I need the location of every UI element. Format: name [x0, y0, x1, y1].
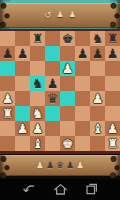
square-c3[interactable]: ♞ [30, 106, 45, 121]
square-g4[interactable]: ♟ [90, 91, 105, 106]
square-a8[interactable] [0, 31, 15, 46]
square-c1[interactable]: ♝ [30, 136, 45, 151]
square-g2[interactable]: ♝ [90, 121, 105, 136]
piece-white-king: ♚ [60, 136, 75, 151]
square-d3[interactable] [45, 106, 60, 121]
square-h2[interactable]: ♟ [105, 121, 120, 136]
square-b2[interactable]: ♟ [15, 121, 30, 136]
square-b1[interactable] [15, 136, 30, 151]
square-d1[interactable] [45, 136, 60, 151]
piece-white-pawn: ♟ [15, 121, 30, 136]
top-banner: ↺ ♟ ♟ [0, 0, 120, 29]
square-e7[interactable] [60, 46, 75, 61]
piece-black-pawn: ♟ [0, 46, 15, 61]
square-g3[interactable] [90, 106, 105, 121]
square-d5[interactable]: ♟ [45, 76, 60, 91]
square-g5[interactable] [90, 76, 105, 91]
square-d7[interactable] [45, 46, 60, 61]
square-g6[interactable] [90, 61, 105, 76]
square-f3[interactable] [75, 106, 90, 121]
android-recents-button[interactable] [83, 182, 99, 198]
captured-queen-icon: ♛ [56, 161, 64, 170]
square-a4[interactable]: ♟ [0, 91, 15, 106]
piece-white-pawn: ♟ [105, 121, 120, 136]
square-e1[interactable]: ♚ [60, 136, 75, 151]
square-f7[interactable]: ♟ [75, 46, 90, 61]
square-e5[interactable] [60, 76, 75, 91]
square-a6[interactable] [0, 61, 15, 76]
square-h1[interactable]: ♜ [105, 136, 120, 151]
undo-icon[interactable]: ↺ [44, 11, 52, 19]
square-d8[interactable] [45, 31, 60, 46]
square-e3[interactable] [60, 106, 75, 121]
piece-black-queen: ♛ [45, 91, 60, 106]
square-f5[interactable] [75, 76, 90, 91]
back-icon [22, 182, 37, 197]
home-icon [53, 182, 68, 197]
piece-white-bishop: ♝ [90, 121, 105, 136]
square-c5[interactable]: ♞ [30, 76, 45, 91]
captured-pieces-tray: ♟ ♟ ♛ ♟ ♟ [0, 154, 120, 177]
square-a3[interactable]: ♜ [0, 106, 15, 121]
square-b5[interactable] [15, 76, 30, 91]
piece-white-pawn: ♟ [90, 91, 105, 106]
square-a7[interactable]: ♟ [0, 46, 15, 61]
pawn-indicator-icon: ♟ [69, 11, 76, 19]
captured-pawn-icon: ♟ [46, 161, 54, 170]
bottom-banner: ♟ ♟ ♛ ♟ ♟ [0, 154, 120, 179]
square-c7[interactable] [30, 46, 45, 61]
square-f8[interactable] [75, 31, 90, 46]
square-b3[interactable] [15, 106, 30, 121]
piece-white-rook: ♜ [105, 136, 120, 151]
android-home-button[interactable] [52, 182, 68, 198]
piece-white-rook: ♜ [0, 106, 15, 121]
android-navigation-bar [0, 179, 120, 200]
pawn-indicator-icon: ♟ [57, 11, 64, 19]
square-h6[interactable] [105, 61, 120, 76]
square-d6[interactable] [45, 61, 60, 76]
captured-pawn-icon: ♟ [66, 161, 74, 170]
square-b6[interactable] [15, 61, 30, 76]
square-h8[interactable]: ♜ [105, 31, 120, 46]
square-b7[interactable]: ♟ [15, 46, 30, 61]
piece-white-knight: ♞ [30, 106, 45, 121]
piece-black-pawn: ♟ [45, 76, 60, 91]
android-back-button[interactable] [21, 182, 37, 198]
piece-black-pawn: ♟ [75, 46, 90, 61]
piece-black-knight: ♞ [30, 76, 45, 91]
square-g8[interactable]: ♞ [90, 31, 105, 46]
piece-white-pawn: ♟ [0, 91, 15, 106]
square-e8[interactable]: ♚ [60, 31, 75, 46]
piece-white-pawn: ♟ [60, 61, 75, 76]
square-d4[interactable]: ♛ [45, 91, 60, 106]
piece-black-pawn: ♟ [15, 46, 30, 61]
square-g1[interactable] [90, 136, 105, 151]
square-f1[interactable] [75, 136, 90, 151]
square-d2[interactable] [45, 121, 60, 136]
piece-black-pawn: ♟ [90, 46, 105, 61]
square-a2[interactable] [0, 121, 15, 136]
piece-black-pawn: ♟ [105, 46, 120, 61]
captured-pawn-icon: ♟ [76, 161, 84, 170]
chess-board[interactable]: ♜♚♞♜♟♟♟♟♟♟♞♟♟♛♟♜♞♟♟♝♟♝♚♜ [0, 31, 120, 151]
square-f6[interactable] [75, 61, 90, 76]
square-e2[interactable] [60, 121, 75, 136]
square-a5[interactable] [0, 76, 15, 91]
square-h7[interactable]: ♟ [105, 46, 120, 61]
square-f2[interactable] [75, 121, 90, 136]
square-h3[interactable] [105, 106, 120, 121]
piece-black-rook: ♜ [105, 31, 120, 46]
square-e6[interactable]: ♟ [60, 61, 75, 76]
square-h5[interactable] [105, 76, 120, 91]
recents-icon [84, 182, 99, 197]
square-b4[interactable] [15, 91, 30, 106]
square-h4[interactable] [105, 91, 120, 106]
captured-pawn-icon: ♟ [36, 161, 44, 170]
square-g7[interactable]: ♟ [90, 46, 105, 61]
piece-black-knight: ♞ [90, 31, 105, 46]
piece-white-pawn: ♟ [30, 121, 45, 136]
square-a1[interactable] [0, 136, 15, 151]
piece-white-bishop: ♝ [30, 136, 45, 151]
piece-black-king: ♚ [60, 31, 75, 46]
square-e4[interactable] [60, 91, 75, 106]
piece-black-rook: ♜ [30, 31, 45, 46]
square-f4[interactable] [75, 91, 90, 106]
square-c8[interactable]: ♜ [30, 31, 45, 46]
square-c2[interactable]: ♟ [30, 121, 45, 136]
square-c4[interactable] [30, 91, 45, 106]
phone-screen: ↺ ♟ ♟ ♜♚♞♜♟♟♟♟♟♟♞♟♟♛♟♜♞♟♟♝♟♝♚♜ ♟ ♟ ♛ ♟ ♟ [0, 0, 120, 200]
hud-icon-row: ↺ ♟ ♟ [0, 0, 120, 29]
square-c6[interactable] [30, 61, 45, 76]
square-b8[interactable] [15, 31, 30, 46]
